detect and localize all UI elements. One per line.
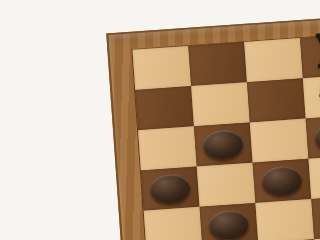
board-square-0-1 <box>188 42 247 86</box>
board-square-1-2 <box>247 78 306 122</box>
board-square-2-1 <box>194 122 253 166</box>
checker-disc <box>208 209 250 240</box>
box-top: ♜♛♚♞♟♞♝♜♟♟♟♟ <box>106 0 320 240</box>
black-rook-piece: ♜ <box>309 27 320 76</box>
board-square-2-2 <box>250 119 309 163</box>
board-square-3-0 <box>141 167 200 211</box>
product-photo-scene: ♜♛♚♞♟♞♝♜♟♟♟♟ ♟♟♟ <box>0 0 320 240</box>
board-square-3-3 <box>308 155 320 199</box>
checker-disc <box>261 165 303 197</box>
board-square-0-3: ♜ <box>300 34 320 78</box>
checker-disc <box>149 173 191 205</box>
checker-disc <box>202 129 244 161</box>
board-frame: ♜♛♚♞♟♞♝♜♟♟♟♟ <box>106 0 320 240</box>
board-square-2-0 <box>138 126 197 170</box>
board-square-1-0 <box>135 86 194 130</box>
chess-board: ♜♛♚♞♟♞♝♜♟♟♟♟ <box>131 18 320 240</box>
board-square-1-3: ♞ <box>303 74 320 118</box>
board-square-4-2 <box>255 199 314 240</box>
board-square-3-1 <box>197 163 256 207</box>
board-square-1-1 <box>191 82 250 126</box>
board-square-3-2 <box>253 159 312 203</box>
wooden-chess-box: ♜♛♚♞♟♞♝♜♟♟♟♟ ♟♟♟ <box>106 0 320 240</box>
board-square-0-0 <box>132 46 191 90</box>
board-square-2-3 <box>306 115 320 159</box>
board-square-0-2 <box>244 38 303 82</box>
checker-disc <box>314 121 320 153</box>
board-square-4-1 <box>200 203 259 240</box>
board-square-4-0 <box>144 207 203 240</box>
